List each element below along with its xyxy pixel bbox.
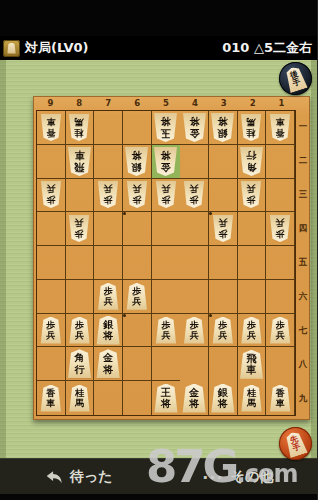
square-1一[interactable]: 香車	[266, 111, 295, 145]
file-label-9: 9	[36, 96, 65, 110]
square-4四[interactable]	[180, 212, 209, 246]
square-7三[interactable]: 歩兵	[94, 179, 123, 213]
square-3六[interactable]	[209, 280, 238, 314]
shogi-board: 987654321 一二三四五六七八九 香車桂馬玉将金将銀将桂馬香車飛車銀将金将…	[33, 96, 310, 420]
piece-sente-歩兵[interactable]: 歩兵	[40, 317, 62, 344]
square-7五[interactable]	[94, 246, 123, 280]
square-6一[interactable]	[123, 111, 152, 145]
square-1八[interactable]	[266, 347, 295, 381]
square-4二[interactable]	[180, 145, 209, 179]
undo-arrow-icon	[46, 470, 63, 485]
square-6六[interactable]: 歩兵	[123, 280, 152, 314]
square-5三[interactable]: 歩兵	[152, 179, 181, 213]
piece-sente-桂馬[interactable]: 桂馬	[68, 385, 90, 412]
piece-gote-歩兵[interactable]: 歩兵	[240, 181, 262, 208]
piece-gote-金将[interactable]: 金将	[182, 113, 207, 142]
rank-label-二: 二	[296, 144, 310, 178]
file-label-7: 7	[94, 96, 123, 110]
piece-gote-歩兵[interactable]: 歩兵	[183, 181, 205, 208]
file-label-6: 6	[123, 96, 152, 110]
piece-gote-銀将[interactable]: 銀将	[124, 147, 149, 176]
piece-gote-歩兵[interactable]: 歩兵	[68, 215, 90, 242]
square-6二[interactable]: 銀将	[123, 145, 152, 179]
board-grid: 香車桂馬玉将金将銀将桂馬香車飛車銀将金将角行歩兵歩兵歩兵歩兵歩兵歩兵歩兵歩兵歩兵…	[36, 110, 296, 416]
square-1六[interactable]	[266, 280, 295, 314]
square-9六[interactable]	[37, 280, 66, 314]
square-4七[interactable]: 歩兵	[180, 314, 209, 348]
square-6四[interactable]	[123, 212, 152, 246]
square-2一[interactable]: 桂馬	[238, 111, 267, 145]
square-8七[interactable]: 歩兵	[66, 314, 95, 348]
square-1九[interactable]: 香車	[266, 381, 295, 415]
square-3二[interactable]	[209, 145, 238, 179]
square-4八[interactable]	[180, 347, 209, 381]
square-9七[interactable]: 歩兵	[37, 314, 66, 348]
square-1七[interactable]: 歩兵	[266, 314, 295, 348]
other-button-label: その他	[231, 468, 274, 486]
square-7四[interactable]	[94, 212, 123, 246]
rank-label-三: 三	[296, 178, 310, 212]
piece-sente-銀将[interactable]: 銀将	[210, 384, 235, 413]
file-label-2: 2	[238, 96, 267, 110]
square-8四[interactable]: 歩兵	[66, 212, 95, 246]
square-8八[interactable]: 角行	[66, 347, 95, 381]
square-2三[interactable]: 歩兵	[238, 179, 267, 213]
square-5四[interactable]	[152, 212, 181, 246]
piece-sente-歩兵[interactable]: 歩兵	[212, 317, 234, 344]
square-2二[interactable]: 角行	[238, 145, 267, 179]
square-3九[interactable]: 銀将	[209, 381, 238, 415]
app-icon	[3, 40, 20, 57]
file-label-4: 4	[180, 96, 209, 110]
square-2五[interactable]	[238, 246, 267, 280]
square-3八[interactable]	[209, 347, 238, 381]
square-2八[interactable]: 飛車	[238, 347, 267, 381]
app-screen: 対局(LV0) 010 △5二金右 後手 987654321 一二三四五六七八九…	[0, 0, 317, 500]
other-button[interactable]: ··· その他	[159, 459, 318, 500]
square-9二[interactable]	[37, 145, 66, 179]
rank-label-八: 八	[296, 348, 310, 382]
square-7一[interactable]	[94, 111, 123, 145]
rank-label-九: 九	[296, 382, 310, 416]
piece-sente-角行[interactable]: 角行	[67, 349, 92, 378]
gote-badge-piece-icon: 後手	[283, 64, 308, 93]
square-3三[interactable]	[209, 179, 238, 213]
square-2七[interactable]: 歩兵	[238, 314, 267, 348]
square-4九[interactable]: 金将	[180, 381, 209, 415]
square-8六[interactable]	[66, 280, 95, 314]
square-9一[interactable]: 香車	[37, 111, 66, 145]
sente-badge-piece-icon: 先手	[283, 429, 308, 458]
square-5七[interactable]: 歩兵	[152, 314, 181, 348]
title-bar: 対局(LV0) 010 △5二金右	[0, 36, 317, 60]
square-8一[interactable]: 桂馬	[66, 111, 95, 145]
piece-sente-歩兵[interactable]: 歩兵	[68, 317, 90, 344]
square-1四[interactable]: 歩兵	[266, 212, 295, 246]
square-3一[interactable]: 銀将	[209, 111, 238, 145]
square-7九[interactable]	[94, 381, 123, 415]
square-8九[interactable]: 桂馬	[66, 381, 95, 415]
piece-gote-銀将[interactable]: 銀将	[210, 113, 235, 142]
square-1二[interactable]	[266, 145, 295, 179]
file-label-1: 1	[267, 96, 296, 110]
sente-player-badge: 先手	[279, 427, 312, 460]
gote-player-badge: 後手	[279, 62, 312, 95]
file-label-3: 3	[209, 96, 238, 110]
square-9三[interactable]: 歩兵	[37, 179, 66, 213]
hoshi-dot	[209, 212, 212, 215]
piece-gote-歩兵[interactable]: 歩兵	[126, 181, 148, 208]
hoshi-dot	[123, 212, 126, 215]
piece-gote-飛車[interactable]: 飛車	[67, 147, 92, 176]
piece-gote-香車[interactable]: 香車	[269, 114, 291, 141]
square-2九[interactable]: 桂馬	[238, 381, 267, 415]
piece-sente-桂馬[interactable]: 桂馬	[240, 385, 262, 412]
square-8五[interactable]	[66, 246, 95, 280]
piece-sente-歩兵[interactable]: 歩兵	[269, 317, 291, 344]
piece-sente-金将[interactable]: 金将	[182, 384, 207, 413]
piece-gote-桂馬[interactable]: 桂馬	[68, 114, 90, 141]
square-9五[interactable]	[37, 246, 66, 280]
square-5八[interactable]	[152, 347, 181, 381]
square-9九[interactable]: 香車	[37, 381, 66, 415]
rank-labels: 一二三四五六七八九	[296, 110, 310, 416]
square-4五[interactable]	[180, 246, 209, 280]
hoshi-dot	[123, 314, 126, 317]
piece-gote-金将[interactable]: 金将	[153, 147, 178, 176]
rank-label-四: 四	[296, 212, 310, 246]
piece-gote-歩兵[interactable]: 歩兵	[212, 215, 234, 242]
piece-sente-歩兵[interactable]: 歩兵	[240, 317, 262, 344]
square-4三[interactable]: 歩兵	[180, 179, 209, 213]
rank-label-五: 五	[296, 246, 310, 280]
piece-gote-歩兵[interactable]: 歩兵	[155, 181, 177, 208]
file-label-5: 5	[152, 96, 181, 110]
file-labels: 987654321	[36, 96, 296, 110]
piece-sente-香車[interactable]: 香車	[40, 385, 62, 412]
square-9八[interactable]	[37, 347, 66, 381]
undo-button-label: 待った	[70, 468, 113, 486]
square-6五[interactable]	[123, 246, 152, 280]
bottom-toolbar: 待った ··· その他	[0, 458, 317, 500]
move-indicator: 010 △5二金右	[222, 39, 312, 57]
piece-sente-銀将[interactable]: 銀将	[96, 316, 121, 345]
square-5六[interactable]	[152, 280, 181, 314]
piece-gote-歩兵[interactable]: 歩兵	[40, 181, 62, 208]
piece-sente-王将[interactable]: 王将	[153, 384, 178, 413]
square-7七[interactable]: 銀将	[94, 314, 123, 348]
square-6八[interactable]	[123, 347, 152, 381]
square-7八[interactable]: 金将	[94, 347, 123, 381]
page-title: 対局(LV0)	[25, 39, 88, 57]
piece-sente-歩兵[interactable]: 歩兵	[126, 283, 148, 310]
square-2四[interactable]	[238, 212, 267, 246]
square-6九[interactable]	[123, 381, 152, 415]
square-5九[interactable]: 王将	[152, 381, 181, 415]
rank-label-七: 七	[296, 314, 310, 348]
rank-label-六: 六	[296, 280, 310, 314]
piece-gote-香車[interactable]: 香車	[40, 114, 62, 141]
square-3七[interactable]: 歩兵	[209, 314, 238, 348]
piece-gote-玉将[interactable]: 玉将	[153, 113, 178, 142]
square-1五[interactable]	[266, 246, 295, 280]
square-4六[interactable]	[180, 280, 209, 314]
piece-gote-桂馬[interactable]: 桂馬	[240, 114, 262, 141]
square-8二[interactable]: 飛車	[66, 145, 95, 179]
file-label-8: 8	[65, 96, 94, 110]
rank-label-一: 一	[296, 110, 310, 144]
square-5一[interactable]: 玉将	[152, 111, 181, 145]
square-5五[interactable]	[152, 246, 181, 280]
square-7二[interactable]	[94, 145, 123, 179]
hoshi-dot	[209, 314, 212, 317]
square-2六[interactable]	[238, 280, 267, 314]
square-4一[interactable]: 金将	[180, 111, 209, 145]
piece-sente-飛車[interactable]: 飛車	[239, 350, 264, 379]
piece-sente-香車[interactable]: 香車	[269, 385, 291, 412]
square-1三[interactable]	[266, 179, 295, 213]
piece-gote-角行[interactable]: 角行	[239, 147, 264, 176]
square-5二[interactable]: 金将	[152, 145, 181, 179]
square-8三[interactable]	[66, 179, 95, 213]
square-6七[interactable]	[123, 314, 152, 348]
piece-sente-歩兵[interactable]: 歩兵	[155, 317, 177, 344]
square-7六[interactable]: 歩兵	[94, 280, 123, 314]
more-dots-icon: ···	[202, 468, 223, 487]
square-9四[interactable]	[37, 212, 66, 246]
square-6三[interactable]: 歩兵	[123, 179, 152, 213]
square-3五[interactable]	[209, 246, 238, 280]
square-3四[interactable]: 歩兵	[209, 212, 238, 246]
piece-sente-金将[interactable]: 金将	[96, 349, 121, 378]
piece-gote-歩兵[interactable]: 歩兵	[97, 181, 119, 208]
piece-sente-歩兵[interactable]: 歩兵	[183, 317, 205, 344]
piece-gote-歩兵[interactable]: 歩兵	[269, 215, 291, 242]
piece-sente-歩兵[interactable]: 歩兵	[97, 283, 119, 310]
undo-button[interactable]: 待った	[0, 459, 159, 500]
